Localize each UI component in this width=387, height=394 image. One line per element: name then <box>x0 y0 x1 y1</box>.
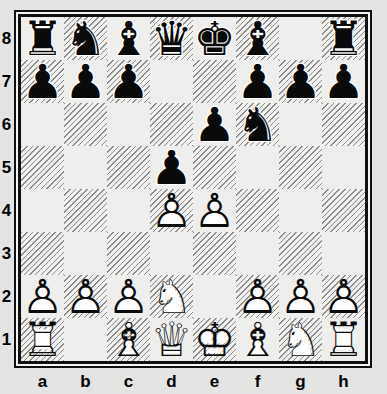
square-a3[interactable] <box>21 232 64 275</box>
square-e4[interactable]: ♟♙ <box>193 189 236 232</box>
board-frame: ♜♞♝♛♚♝♜♟♟♟♟♟♟♟♞♟♟♙♟♙♟♙♟♙♟♙♞♘♟♙♟♙♟♙♜♖♝♗♛♕… <box>18 14 368 364</box>
square-e2[interactable] <box>193 275 236 318</box>
square-c3[interactable] <box>107 232 150 275</box>
square-g7[interactable]: ♟ <box>279 60 322 103</box>
file-label-g: g <box>279 371 322 392</box>
square-g8[interactable] <box>279 17 322 60</box>
white-pawn: ♟♙ <box>64 275 107 318</box>
square-f5[interactable] <box>236 146 279 189</box>
white-pawn: ♟♙ <box>150 189 193 232</box>
square-d2[interactable]: ♞♘ <box>150 275 193 318</box>
black-pawn: ♟ <box>193 103 236 146</box>
square-e6[interactable]: ♟ <box>193 103 236 146</box>
square-f7[interactable]: ♟ <box>236 60 279 103</box>
rank-label-4: 4 <box>0 189 13 232</box>
square-h1[interactable]: ♜♖ <box>322 318 365 361</box>
square-c2[interactable]: ♟♙ <box>107 275 150 318</box>
rank-label-6: 6 <box>0 103 13 146</box>
black-knight: ♞ <box>236 103 279 146</box>
square-a5[interactable] <box>21 146 64 189</box>
square-g1[interactable]: ♞♘ <box>279 318 322 361</box>
square-e3[interactable] <box>193 232 236 275</box>
black-bishop: ♝ <box>107 17 150 60</box>
rank-label-8: 8 <box>0 17 13 60</box>
white-pawn: ♟♙ <box>193 189 236 232</box>
square-d6[interactable] <box>150 103 193 146</box>
square-d7[interactable] <box>150 60 193 103</box>
black-bishop: ♝ <box>236 17 279 60</box>
square-g6[interactable] <box>279 103 322 146</box>
white-rook: ♜♖ <box>21 318 64 361</box>
square-e5[interactable] <box>193 146 236 189</box>
black-pawn: ♟ <box>279 60 322 103</box>
square-c8[interactable]: ♝ <box>107 17 150 60</box>
square-b3[interactable] <box>64 232 107 275</box>
black-pawn: ♟ <box>322 60 365 103</box>
square-h3[interactable] <box>322 232 365 275</box>
black-pawn: ♟ <box>107 60 150 103</box>
square-c6[interactable] <box>107 103 150 146</box>
square-g5[interactable] <box>279 146 322 189</box>
file-label-f: f <box>236 371 279 392</box>
white-bishop: ♝♗ <box>107 318 150 361</box>
square-a7[interactable]: ♟ <box>21 60 64 103</box>
square-h2[interactable]: ♟♙ <box>322 275 365 318</box>
rank-label-2: 2 <box>0 275 13 318</box>
square-g3[interactable] <box>279 232 322 275</box>
file-label-e: e <box>193 371 236 392</box>
black-queen: ♛ <box>150 17 193 60</box>
white-pawn: ♟♙ <box>21 275 64 318</box>
rank-label-5: 5 <box>0 146 13 189</box>
rank-label-1: 1 <box>0 318 13 361</box>
white-king: ♚♔ <box>193 318 236 361</box>
square-f2[interactable]: ♟♙ <box>236 275 279 318</box>
rank-label-3: 3 <box>0 232 13 275</box>
square-b1[interactable] <box>64 318 107 361</box>
white-pawn: ♟♙ <box>322 275 365 318</box>
square-g4[interactable] <box>279 189 322 232</box>
file-label-b: b <box>64 371 107 392</box>
square-b4[interactable] <box>64 189 107 232</box>
black-king: ♚ <box>193 17 236 60</box>
white-queen: ♛♕ <box>150 318 193 361</box>
white-knight: ♞♘ <box>279 318 322 361</box>
square-g2[interactable]: ♟♙ <box>279 275 322 318</box>
square-a4[interactable] <box>21 189 64 232</box>
square-d4[interactable]: ♟♙ <box>150 189 193 232</box>
square-h7[interactable]: ♟ <box>322 60 365 103</box>
square-d5[interactable]: ♟ <box>150 146 193 189</box>
square-b6[interactable] <box>64 103 107 146</box>
square-c5[interactable] <box>107 146 150 189</box>
chess-diagram: 87654321 ♜♞♝♛♚♝♜♟♟♟♟♟♟♟♞♟♟♙♟♙♟♙♟♙♟♙♞♘♟♙♟… <box>0 0 387 394</box>
square-d8[interactable]: ♛ <box>150 17 193 60</box>
square-h6[interactable] <box>322 103 365 146</box>
square-b5[interactable] <box>64 146 107 189</box>
square-b7[interactable]: ♟ <box>64 60 107 103</box>
square-h4[interactable] <box>322 189 365 232</box>
file-label-c: c <box>107 371 150 392</box>
square-b2[interactable]: ♟♙ <box>64 275 107 318</box>
black-knight: ♞ <box>64 17 107 60</box>
chess-board: ♜♞♝♛♚♝♜♟♟♟♟♟♟♟♞♟♟♙♟♙♟♙♟♙♟♙♞♘♟♙♟♙♟♙♜♖♝♗♛♕… <box>14 10 372 368</box>
black-pawn: ♟ <box>236 60 279 103</box>
square-h5[interactable] <box>322 146 365 189</box>
black-pawn: ♟ <box>150 146 193 189</box>
square-a8[interactable]: ♜ <box>21 17 64 60</box>
white-pawn: ♟♙ <box>107 275 150 318</box>
file-label-h: h <box>322 371 365 392</box>
rank-label-7: 7 <box>0 60 13 103</box>
white-bishop: ♝♗ <box>236 318 279 361</box>
square-c7[interactable]: ♟ <box>107 60 150 103</box>
square-d3[interactable] <box>150 232 193 275</box>
white-knight: ♞♘ <box>150 275 193 318</box>
square-e7[interactable] <box>193 60 236 103</box>
square-d1[interactable]: ♛♕ <box>150 318 193 361</box>
square-f1[interactable]: ♝♗ <box>236 318 279 361</box>
square-e8[interactable]: ♚ <box>193 17 236 60</box>
white-rook: ♜♖ <box>322 318 365 361</box>
square-f3[interactable] <box>236 232 279 275</box>
square-f6[interactable]: ♞ <box>236 103 279 146</box>
square-a2[interactable]: ♟♙ <box>21 275 64 318</box>
white-pawn: ♟♙ <box>236 275 279 318</box>
square-c1[interactable]: ♝♗ <box>107 318 150 361</box>
square-h8[interactable]: ♜ <box>322 17 365 60</box>
black-rook: ♜ <box>21 17 64 60</box>
black-rook: ♜ <box>322 17 365 60</box>
square-f4[interactable] <box>236 189 279 232</box>
square-b8[interactable]: ♞ <box>64 17 107 60</box>
file-label-a: a <box>21 371 64 392</box>
board-grid: ♜♞♝♛♚♝♜♟♟♟♟♟♟♟♞♟♟♙♟♙♟♙♟♙♟♙♞♘♟♙♟♙♟♙♜♖♝♗♛♕… <box>21 17 365 361</box>
square-a6[interactable] <box>21 103 64 146</box>
black-pawn: ♟ <box>21 60 64 103</box>
black-pawn: ♟ <box>64 60 107 103</box>
square-f8[interactable]: ♝ <box>236 17 279 60</box>
white-pawn: ♟♙ <box>279 275 322 318</box>
square-c4[interactable] <box>107 189 150 232</box>
file-label-d: d <box>150 371 193 392</box>
square-e1[interactable]: ♚♔ <box>193 318 236 361</box>
square-a1[interactable]: ♜♖ <box>21 318 64 361</box>
